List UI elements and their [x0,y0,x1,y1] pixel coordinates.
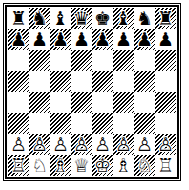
square-d8[interactable]: ♛ [71,8,92,29]
square-c3[interactable] [50,113,71,134]
square-e1[interactable]: ♔ [92,155,113,176]
square-b4[interactable] [29,92,50,113]
square-a3[interactable] [8,113,29,134]
diagram-frame: ♜♞♝♛♚♝♞♜♟♟♟♟♟♟♟♟♙♙♙♙♙♙♙♙♖♘♗♕♔♗♘♖ [3,3,181,181]
piece-black-q-d8[interactable]: ♛ [73,8,90,29]
piece-white-p-g2[interactable]: ♙ [136,134,153,155]
square-e3[interactable] [92,113,113,134]
square-g5[interactable] [134,71,155,92]
square-c1[interactable]: ♗ [50,155,71,176]
square-a7[interactable]: ♟ [8,29,29,50]
square-g6[interactable] [134,50,155,71]
square-f8[interactable]: ♝ [113,8,134,29]
square-f4[interactable] [113,92,134,113]
square-c4[interactable] [50,92,71,113]
piece-black-n-g8[interactable]: ♞ [136,8,153,29]
piece-white-p-a2[interactable]: ♙ [10,134,27,155]
piece-white-p-e2[interactable]: ♙ [94,134,111,155]
piece-white-p-c2[interactable]: ♙ [52,134,69,155]
square-b7[interactable]: ♟ [29,29,50,50]
piece-white-k-e1[interactable]: ♔ [94,155,111,176]
square-c2[interactable]: ♙ [50,134,71,155]
square-d6[interactable] [71,50,92,71]
square-f3[interactable] [113,113,134,134]
square-h8[interactable]: ♜ [155,8,176,29]
square-g7[interactable]: ♟ [134,29,155,50]
square-d1[interactable]: ♕ [71,155,92,176]
square-a6[interactable] [8,50,29,71]
square-d7[interactable]: ♟ [71,29,92,50]
board-border: ♜♞♝♛♚♝♞♜♟♟♟♟♟♟♟♟♙♙♙♙♙♙♙♙♖♘♗♕♔♗♘♖ [5,5,179,179]
piece-white-r-a1[interactable]: ♖ [10,155,27,176]
square-b3[interactable] [29,113,50,134]
piece-black-p-d7[interactable]: ♟ [73,29,90,50]
square-b6[interactable] [29,50,50,71]
square-e2[interactable]: ♙ [92,134,113,155]
piece-black-p-g7[interactable]: ♟ [136,29,153,50]
piece-black-p-c7[interactable]: ♟ [52,29,69,50]
piece-white-b-f1[interactable]: ♗ [115,155,132,176]
chess-board: ♜♞♝♛♚♝♞♜♟♟♟♟♟♟♟♟♙♙♙♙♙♙♙♙♖♘♗♕♔♗♘♖ [8,8,176,176]
square-e5[interactable] [92,71,113,92]
square-a8[interactable]: ♜ [8,8,29,29]
piece-black-k-e8[interactable]: ♚ [94,8,111,29]
square-h4[interactable] [155,92,176,113]
piece-black-p-b7[interactable]: ♟ [31,29,48,50]
square-b5[interactable] [29,71,50,92]
piece-black-b-c8[interactable]: ♝ [52,8,69,29]
square-h5[interactable] [155,71,176,92]
piece-white-r-h1[interactable]: ♖ [157,155,174,176]
square-d4[interactable] [71,92,92,113]
square-e7[interactable]: ♟ [92,29,113,50]
square-f1[interactable]: ♗ [113,155,134,176]
square-d5[interactable] [71,71,92,92]
square-b8[interactable]: ♞ [29,8,50,29]
square-h3[interactable] [155,113,176,134]
piece-white-n-b1[interactable]: ♘ [31,155,48,176]
piece-white-b-c1[interactable]: ♗ [52,155,69,176]
piece-white-n-g1[interactable]: ♘ [136,155,153,176]
square-a2[interactable]: ♙ [8,134,29,155]
square-b2[interactable]: ♙ [29,134,50,155]
square-g4[interactable] [134,92,155,113]
square-a1[interactable]: ♖ [8,155,29,176]
piece-black-p-f7[interactable]: ♟ [115,29,132,50]
square-a4[interactable] [8,92,29,113]
square-f2[interactable]: ♙ [113,134,134,155]
square-d3[interactable] [71,113,92,134]
piece-white-p-d2[interactable]: ♙ [73,134,90,155]
square-c6[interactable] [50,50,71,71]
square-h1[interactable]: ♖ [155,155,176,176]
piece-black-n-b8[interactable]: ♞ [31,8,48,29]
square-f6[interactable] [113,50,134,71]
piece-white-p-b2[interactable]: ♙ [31,134,48,155]
piece-black-r-h8[interactable]: ♜ [157,8,174,29]
piece-white-p-f2[interactable]: ♙ [115,134,132,155]
piece-black-p-h7[interactable]: ♟ [157,29,174,50]
square-g1[interactable]: ♘ [134,155,155,176]
square-h6[interactable] [155,50,176,71]
square-g3[interactable] [134,113,155,134]
square-h7[interactable]: ♟ [155,29,176,50]
square-g2[interactable]: ♙ [134,134,155,155]
piece-black-r-a8[interactable]: ♜ [10,8,27,29]
square-e8[interactable]: ♚ [92,8,113,29]
piece-black-p-a7[interactable]: ♟ [10,29,27,50]
square-d2[interactable]: ♙ [71,134,92,155]
square-c8[interactable]: ♝ [50,8,71,29]
square-f7[interactable]: ♟ [113,29,134,50]
square-c7[interactable]: ♟ [50,29,71,50]
square-h2[interactable]: ♙ [155,134,176,155]
square-f5[interactable] [113,71,134,92]
square-e4[interactable] [92,92,113,113]
square-g8[interactable]: ♞ [134,8,155,29]
piece-white-p-h2[interactable]: ♙ [157,134,174,155]
square-b1[interactable]: ♘ [29,155,50,176]
square-a5[interactable] [8,71,29,92]
square-c5[interactable] [50,71,71,92]
piece-white-q-d1[interactable]: ♕ [73,155,90,176]
piece-black-p-e7[interactable]: ♟ [94,29,111,50]
square-e6[interactable] [92,50,113,71]
piece-black-b-f8[interactable]: ♝ [115,8,132,29]
